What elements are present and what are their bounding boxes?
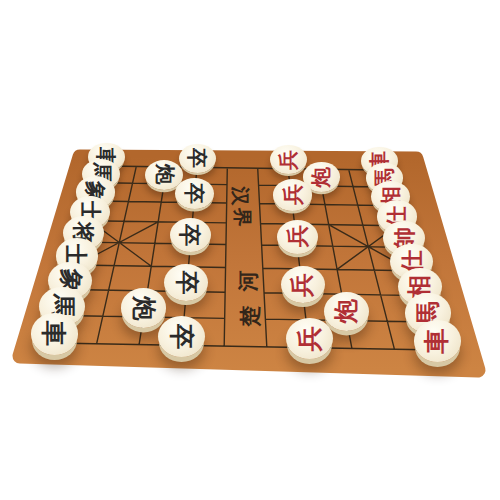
product-photo-xiangqi-set: 汉界河楚 車馬象士将士象馬車炮炮卒卒卒卒卒兵兵兵兵兵炮炮車馬相仕帥仕相馬車 (0, 0, 500, 500)
board-mat (0, 0, 500, 500)
